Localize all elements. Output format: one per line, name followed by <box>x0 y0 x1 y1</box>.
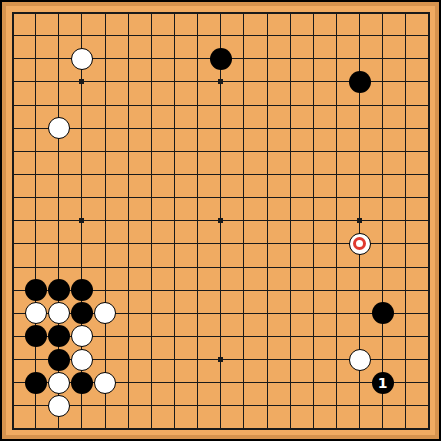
grid-line-vertical <box>336 12 337 431</box>
white-stone <box>71 349 93 371</box>
grid-line-vertical <box>313 12 314 431</box>
grid-line-vertical <box>428 12 430 431</box>
black-stone <box>48 349 70 371</box>
white-stone <box>349 349 371 371</box>
black-stone <box>210 48 232 70</box>
white-stone <box>48 302 70 324</box>
grid-line-vertical <box>382 12 383 431</box>
board-layers: 1 <box>0 0 441 441</box>
white-stone <box>48 395 70 417</box>
star-point <box>218 79 223 84</box>
white-stone <box>25 302 47 324</box>
red-circle-marker <box>353 237 366 250</box>
black-stone <box>71 279 93 301</box>
star-point <box>357 218 362 223</box>
grid-line-vertical <box>290 12 291 431</box>
star-point <box>79 218 84 223</box>
grid-line-horizontal <box>12 267 431 268</box>
move-number-label: 1 <box>378 376 388 390</box>
star-point <box>218 218 223 223</box>
grid-line-vertical <box>243 12 244 431</box>
white-stone <box>94 372 116 394</box>
grid-line-vertical <box>267 12 268 431</box>
grid-line-vertical <box>405 12 406 431</box>
black-stone <box>25 372 47 394</box>
go-board: 1 <box>0 0 441 441</box>
black-stone: 1 <box>372 372 394 394</box>
grid-line-horizontal <box>12 405 431 406</box>
black-stone <box>372 302 394 324</box>
black-stone <box>25 325 47 347</box>
white-stone <box>48 117 70 139</box>
star-point <box>79 79 84 84</box>
star-point <box>218 357 223 362</box>
black-stone <box>48 279 70 301</box>
white-stone <box>349 233 371 255</box>
black-stone <box>71 372 93 394</box>
white-stone <box>48 372 70 394</box>
grid-line-horizontal <box>12 428 431 430</box>
black-stone <box>349 71 371 93</box>
black-stone <box>25 279 47 301</box>
white-stone <box>71 48 93 70</box>
